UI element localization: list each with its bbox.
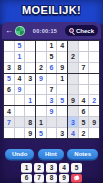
cell-r7c7[interactable] [68, 106, 78, 116]
ball-icon[interactable] [15, 26, 25, 36]
cell-r6c7[interactable]: 9 [68, 95, 78, 105]
cell-r6c5[interactable]: 3 [47, 95, 57, 105]
cell-r4c6[interactable]: 1 [57, 74, 67, 84]
numpad-row-1: 12345 [21, 163, 82, 172]
cell-r2c2[interactable]: 1 [15, 52, 25, 62]
check-button[interactable]: Check [65, 25, 98, 36]
eraser-icon [74, 175, 80, 180]
numpad-key-5[interactable]: 5 [71, 163, 82, 172]
cell-r9c8[interactable]: 2 [79, 128, 89, 138]
cell-r7c6[interactable] [57, 106, 67, 116]
cell-r6c1[interactable] [4, 95, 14, 105]
cell-r7c3[interactable] [25, 106, 35, 116]
cell-r7c8[interactable]: 6 [79, 106, 89, 116]
cell-r9c3[interactable]: 9 [25, 128, 35, 138]
cell-r1c6[interactable]: 4 [57, 41, 67, 51]
numpad-key-4[interactable]: 4 [59, 163, 70, 172]
numpad-key-1[interactable]: 1 [21, 163, 32, 172]
cell-r3c5[interactable]: 6 [47, 63, 57, 73]
cell-r6c9[interactable]: 2 [89, 95, 99, 105]
numpad-key-6[interactable]: 6 [21, 174, 32, 183]
cell-r8c7[interactable]: 3 [68, 117, 78, 127]
cell-r3c9[interactable] [89, 63, 99, 73]
number-pad: 123456789 [0, 163, 103, 182]
numpad-key-2[interactable]: 2 [34, 163, 45, 172]
cell-r6c6[interactable]: 5 [57, 95, 67, 105]
back-arrow-icon[interactable]: ← [5, 27, 13, 35]
sudoku-grid: 5141523826975439169713594249678135995342 [4, 41, 99, 138]
numpad-key-9[interactable]: 9 [59, 174, 70, 183]
cell-r7c1[interactable]: 4 [4, 106, 14, 116]
cell-r3c7[interactable] [68, 63, 78, 73]
cell-r3c2[interactable]: 8 [15, 63, 25, 73]
cell-r2c5[interactable]: 5 [47, 52, 57, 62]
cell-r3c8[interactable]: 7 [79, 63, 89, 73]
cell-r4c1[interactable]: 5 [4, 74, 14, 84]
cell-r3c4[interactable]: 2 [36, 63, 46, 73]
numpad-key-3[interactable]: 3 [46, 163, 57, 172]
cell-r4c2[interactable]: 4 [15, 74, 25, 84]
cell-r2c8[interactable] [79, 52, 89, 62]
cell-r9c1[interactable] [4, 128, 14, 138]
cell-r6c2[interactable] [15, 95, 25, 105]
cell-r9c7[interactable]: 4 [68, 128, 78, 138]
cell-r3c6[interactable]: 9 [57, 63, 67, 73]
cell-r8c3[interactable]: 8 [25, 117, 35, 127]
cell-r2c7[interactable]: 2 [68, 52, 78, 62]
cell-r9c4[interactable]: 5 [36, 128, 46, 138]
sudoku-board: 5141523826975439169713594249678135995342 [3, 40, 100, 139]
undo-button[interactable]: Undo [5, 149, 34, 159]
cell-r5c4[interactable] [36, 85, 46, 95]
cell-r2c4[interactable] [36, 52, 46, 62]
cell-r7c4[interactable] [36, 106, 46, 116]
cell-r1c4[interactable] [36, 41, 46, 51]
cell-r9c9[interactable] [89, 128, 99, 138]
cell-r5c8[interactable] [79, 85, 89, 95]
cell-r8c9[interactable]: 9 [89, 117, 99, 127]
cell-r5c7[interactable] [68, 85, 78, 95]
sudoku-app-screen: MOEILIJK! ← 00:00:15 Check 5141523826975… [0, 0, 103, 183]
cell-r9c5[interactable] [47, 128, 57, 138]
cell-r7c9[interactable] [89, 106, 99, 116]
cell-r6c8[interactable]: 4 [79, 95, 89, 105]
cell-r6c4[interactable] [36, 95, 46, 105]
cell-r7c2[interactable] [15, 106, 25, 116]
cell-r2c9[interactable] [89, 52, 99, 62]
cell-r8c8[interactable]: 5 [79, 117, 89, 127]
check-label: Check [76, 28, 94, 34]
cell-r9c2[interactable] [15, 128, 25, 138]
cell-r4c9[interactable] [89, 74, 99, 84]
cell-r1c7[interactable] [68, 41, 78, 51]
magnifier-icon [69, 28, 74, 33]
numpad-key-8[interactable]: 8 [46, 174, 57, 183]
timer: 00:00:15 [27, 28, 63, 34]
cell-r3c1[interactable]: 3 [4, 63, 14, 73]
cell-r4c8[interactable] [79, 74, 89, 84]
cell-r5c2[interactable]: 9 [15, 85, 25, 95]
cell-r2c1[interactable] [4, 52, 14, 62]
header-bar: ← 00:00:15 Check [2, 22, 101, 39]
cell-r2c6[interactable] [57, 52, 67, 62]
cell-r1c3[interactable] [25, 41, 35, 51]
cell-r5c9[interactable] [89, 85, 99, 95]
cell-r9c6[interactable]: 3 [57, 128, 67, 138]
cell-r2c3[interactable] [25, 52, 35, 62]
cell-r4c4[interactable]: 9 [36, 74, 46, 84]
cell-r8c2[interactable] [15, 117, 25, 127]
cell-r5c1[interactable]: 6 [4, 85, 14, 95]
cell-r5c6[interactable] [57, 85, 67, 95]
cell-r6c3[interactable]: 1 [25, 95, 35, 105]
cell-r1c9[interactable] [89, 41, 99, 51]
cell-r3c3[interactable] [25, 63, 35, 73]
erase-key[interactable] [71, 174, 82, 183]
difficulty-title: MOEILIJK! [0, 4, 103, 16]
numpad-row-2: 6789 [21, 174, 82, 183]
cell-r5c3[interactable] [25, 85, 35, 95]
cell-r1c8[interactable] [79, 41, 89, 51]
cell-r1c2[interactable]: 5 [15, 41, 25, 51]
cell-r4c7[interactable] [68, 74, 78, 84]
numpad-key-7[interactable]: 7 [34, 174, 45, 183]
cell-r8c5[interactable] [47, 117, 57, 127]
cell-r1c1[interactable] [4, 41, 14, 51]
hint-button[interactable]: Hint [38, 149, 64, 159]
cell-r4c3[interactable]: 3 [25, 74, 35, 84]
cell-r8c4[interactable]: 1 [36, 117, 46, 127]
cell-r5c5[interactable]: 7 [47, 85, 57, 95]
cell-r8c6[interactable] [57, 117, 67, 127]
cell-r7c5[interactable]: 9 [47, 106, 57, 116]
toolbar: Undo Hint Notes [5, 149, 98, 159]
cell-r1c5[interactable]: 1 [47, 41, 57, 51]
cell-r8c1[interactable]: 7 [4, 117, 14, 127]
cell-r4c5[interactable] [47, 74, 57, 84]
notes-button[interactable]: Notes [67, 149, 98, 159]
